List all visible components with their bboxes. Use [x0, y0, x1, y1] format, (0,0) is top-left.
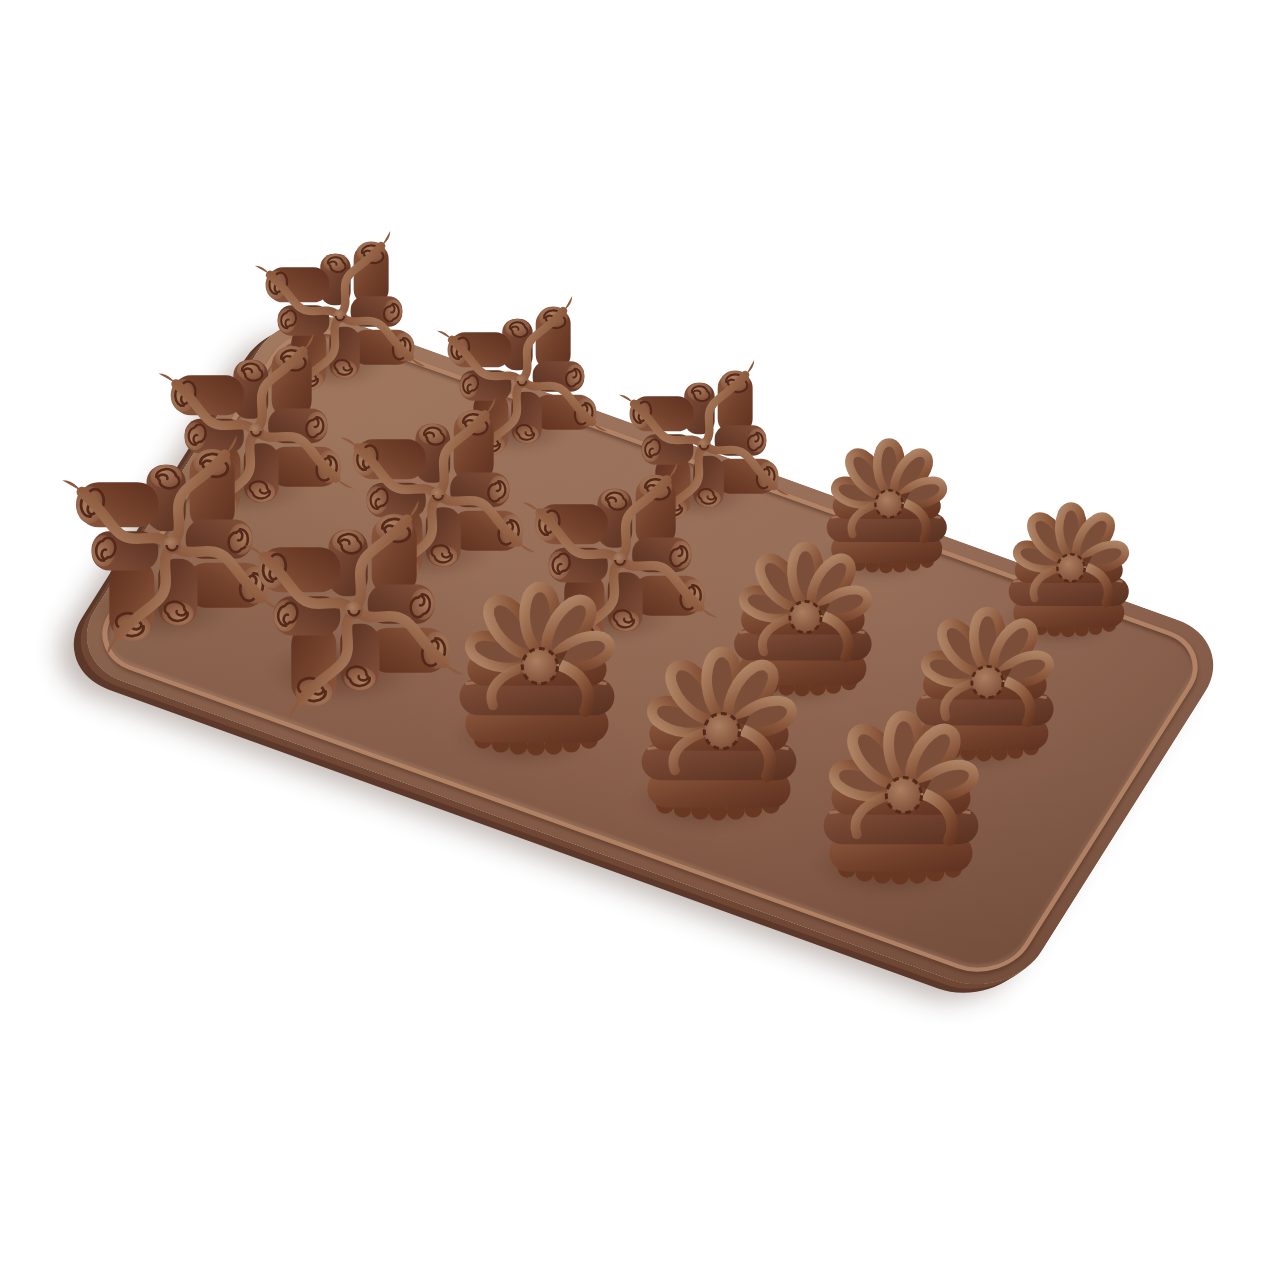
cavity-flower — [438, 576, 634, 772]
cavity-flower — [620, 641, 816, 837]
rose-pinwheel-shape — [256, 512, 452, 708]
fan-flower-shape — [438, 576, 634, 772]
product-photo — [0, 0, 1280, 1280]
cavity-flower — [802, 705, 998, 901]
cavity-pinwheel — [74, 447, 270, 643]
fan-flower-shape — [620, 641, 816, 837]
mold-cavities — [0, 0, 1280, 1280]
fan-flower-shape — [802, 705, 998, 901]
rose-pinwheel-shape — [74, 447, 270, 643]
cavity-pinwheel — [256, 512, 452, 708]
